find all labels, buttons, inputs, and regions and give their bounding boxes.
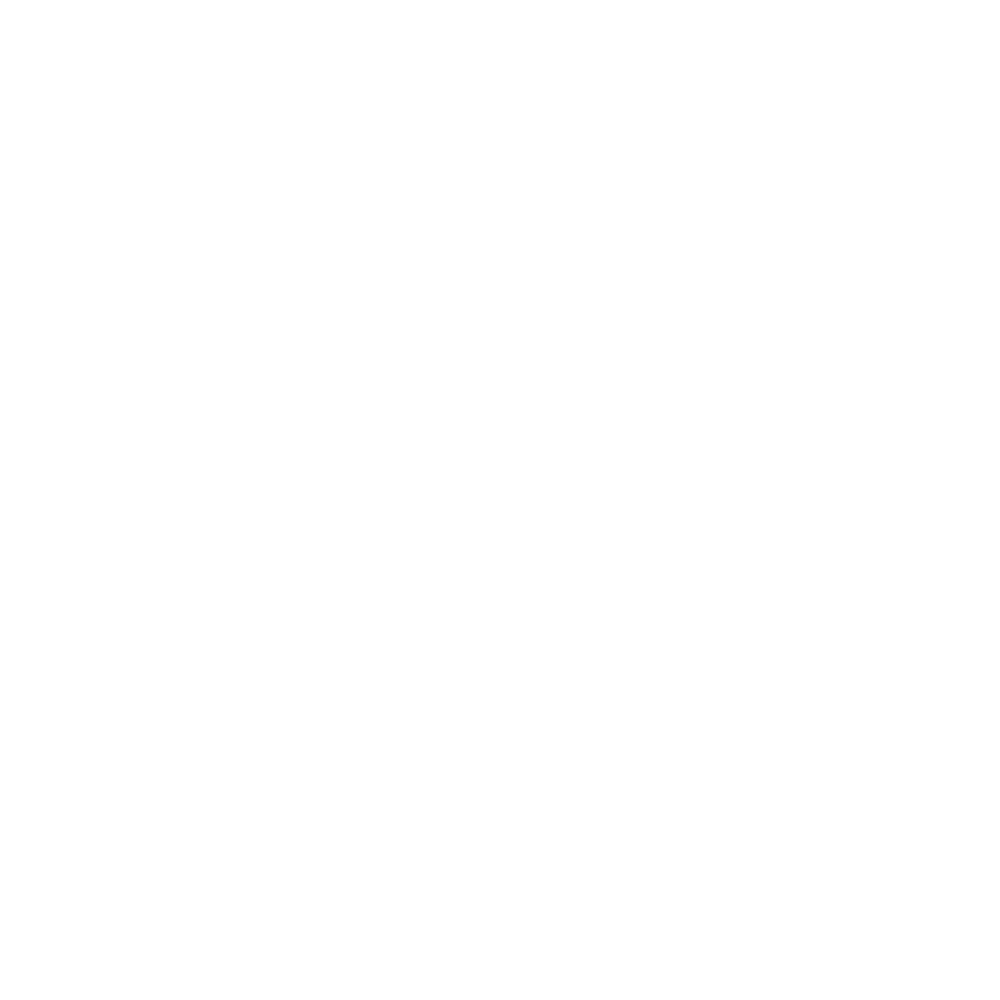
product-photo [0,0,1000,1000]
